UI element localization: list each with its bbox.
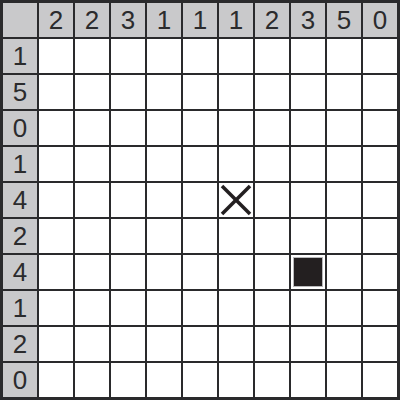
cell-r4-c2[interactable]	[75, 147, 109, 181]
cell-r5-c2[interactable]	[75, 183, 109, 217]
cell-r5-c7[interactable]	[255, 183, 289, 217]
cell-r4-c5[interactable]	[183, 147, 217, 181]
cell-r7-c10[interactable]	[363, 255, 397, 289]
row-clue-7: 4	[3, 255, 37, 289]
col-clue-7: 2	[255, 3, 289, 37]
cell-r5-c6[interactable]	[219, 183, 253, 217]
cell-r1-c10[interactable]	[363, 39, 397, 73]
cell-r8-c9[interactable]	[327, 291, 361, 325]
cell-r3-c7[interactable]	[255, 111, 289, 145]
cell-r8-c10[interactable]	[363, 291, 397, 325]
cell-r5-c8[interactable]	[291, 183, 325, 217]
x-mark-icon	[219, 183, 253, 217]
cell-r7-c2[interactable]	[75, 255, 109, 289]
cell-r9-c3[interactable]	[111, 327, 145, 361]
col-clue-6: 1	[219, 3, 253, 37]
row-clue-2: 5	[3, 75, 37, 109]
col-clue-9: 5	[327, 3, 361, 37]
cell-r1-c9[interactable]	[327, 39, 361, 73]
cell-r9-c5[interactable]	[183, 327, 217, 361]
cell-r6-c6[interactable]	[219, 219, 253, 253]
cell-r9-c8[interactable]	[291, 327, 325, 361]
cell-r7-c9[interactable]	[327, 255, 361, 289]
cell-r7-c3[interactable]	[111, 255, 145, 289]
row-clue-9: 2	[3, 327, 37, 361]
row-clue-6: 2	[3, 219, 37, 253]
cell-r4-c1[interactable]	[39, 147, 73, 181]
col-clue-4: 1	[147, 3, 181, 37]
corner-cell	[3, 3, 37, 37]
cell-r6-c10[interactable]	[363, 219, 397, 253]
cell-r3-c1[interactable]	[39, 111, 73, 145]
cell-r10-c3[interactable]	[111, 363, 145, 397]
cell-r1-c5[interactable]	[183, 39, 217, 73]
cell-r8-c1[interactable]	[39, 291, 73, 325]
cell-r7-c6[interactable]	[219, 255, 253, 289]
cell-r2-c6[interactable]	[219, 75, 253, 109]
cell-r6-c5[interactable]	[183, 219, 217, 253]
cell-r2-c10[interactable]	[363, 75, 397, 109]
cell-r4-c7[interactable]	[255, 147, 289, 181]
cell-r4-c4[interactable]	[147, 147, 181, 181]
cell-r4-c8[interactable]	[291, 147, 325, 181]
cell-r2-c3[interactable]	[111, 75, 145, 109]
cell-r9-c10[interactable]	[363, 327, 397, 361]
cell-r6-c3[interactable]	[111, 219, 145, 253]
cell-r3-c10[interactable]	[363, 111, 397, 145]
cell-r9-c2[interactable]	[75, 327, 109, 361]
cell-r10-c9[interactable]	[327, 363, 361, 397]
col-clue-2: 2	[75, 3, 109, 37]
cell-r5-c1[interactable]	[39, 183, 73, 217]
cell-r6-c7[interactable]	[255, 219, 289, 253]
cell-r5-c3[interactable]	[111, 183, 145, 217]
cell-r8-c6[interactable]	[219, 291, 253, 325]
cell-r1-c2[interactable]	[75, 39, 109, 73]
cell-r10-c7[interactable]	[255, 363, 289, 397]
cell-r4-c9[interactable]	[327, 147, 361, 181]
cell-r10-c2[interactable]	[75, 363, 109, 397]
cell-r3-c4[interactable]	[147, 111, 181, 145]
cell-r7-c4[interactable]	[147, 255, 181, 289]
cell-r6-c4[interactable]	[147, 219, 181, 253]
cell-r2-c7[interactable]	[255, 75, 289, 109]
cell-r3-c6[interactable]	[219, 111, 253, 145]
cell-r2-c4[interactable]	[147, 75, 181, 109]
cell-r2-c9[interactable]	[327, 75, 361, 109]
cell-r3-c3[interactable]	[111, 111, 145, 145]
cell-r3-c2[interactable]	[75, 111, 109, 145]
row-clue-5: 4	[3, 183, 37, 217]
cell-r9-c6[interactable]	[219, 327, 253, 361]
cell-r6-c9[interactable]	[327, 219, 361, 253]
cell-r3-c8[interactable]	[291, 111, 325, 145]
cell-r3-c5[interactable]	[183, 111, 217, 145]
cell-r7-c8[interactable]	[291, 255, 325, 289]
cell-r10-c1[interactable]	[39, 363, 73, 397]
cell-r9-c9[interactable]	[327, 327, 361, 361]
cell-r9-c7[interactable]	[255, 327, 289, 361]
row-clue-8: 1	[3, 291, 37, 325]
cell-r1-c4[interactable]	[147, 39, 181, 73]
col-clue-5: 1	[183, 3, 217, 37]
cell-r1-c3[interactable]	[111, 39, 145, 73]
cell-r7-c7[interactable]	[255, 255, 289, 289]
cell-r8-c8[interactable]	[291, 291, 325, 325]
col-clue-3: 3	[111, 3, 145, 37]
cell-r10-c8[interactable]	[291, 363, 325, 397]
col-clue-1: 2	[39, 3, 73, 37]
cell-r2-c8[interactable]	[291, 75, 325, 109]
col-clue-8: 3	[291, 3, 325, 37]
row-clue-4: 1	[3, 147, 37, 181]
cell-r8-c3[interactable]	[111, 291, 145, 325]
cell-r5-c10[interactable]	[363, 183, 397, 217]
cell-r7-c1[interactable]	[39, 255, 73, 289]
cell-r2-c5[interactable]	[183, 75, 217, 109]
row-clue-10: 0	[3, 363, 37, 397]
col-clue-10: 0	[363, 3, 397, 37]
cell-r8-c7[interactable]	[255, 291, 289, 325]
cell-r6-c8[interactable]	[291, 219, 325, 253]
filled-square	[294, 258, 322, 286]
cell-r5-c4[interactable]	[147, 183, 181, 217]
cell-r3-c9[interactable]	[327, 111, 361, 145]
cell-r6-c1[interactable]	[39, 219, 73, 253]
cell-r8-c2[interactable]	[75, 291, 109, 325]
row-clue-1: 1	[3, 39, 37, 73]
cell-r1-c7[interactable]	[255, 39, 289, 73]
cell-r7-c5[interactable]	[183, 255, 217, 289]
cell-r2-c2[interactable]	[75, 75, 109, 109]
cell-r1-c1[interactable]	[39, 39, 73, 73]
cell-r2-c1[interactable]	[39, 75, 73, 109]
cell-r5-c5[interactable]	[183, 183, 217, 217]
cell-r8-c4[interactable]	[147, 291, 181, 325]
cell-r9-c4[interactable]	[147, 327, 181, 361]
cell-r10-c6[interactable]	[219, 363, 253, 397]
cell-r1-c6[interactable]	[219, 39, 253, 73]
cell-r8-c5[interactable]	[183, 291, 217, 325]
cell-r4-c3[interactable]	[111, 147, 145, 181]
nonogram-board: 22311123501501424120	[0, 0, 400, 400]
row-clue-3: 0	[3, 111, 37, 145]
cell-r5-c9[interactable]	[327, 183, 361, 217]
cell-r10-c10[interactable]	[363, 363, 397, 397]
cell-r10-c4[interactable]	[147, 363, 181, 397]
cell-r6-c2[interactable]	[75, 219, 109, 253]
cell-r9-c1[interactable]	[39, 327, 73, 361]
cell-r10-c5[interactable]	[183, 363, 217, 397]
cell-r4-c6[interactable]	[219, 147, 253, 181]
cell-r4-c10[interactable]	[363, 147, 397, 181]
cell-r1-c8[interactable]	[291, 39, 325, 73]
